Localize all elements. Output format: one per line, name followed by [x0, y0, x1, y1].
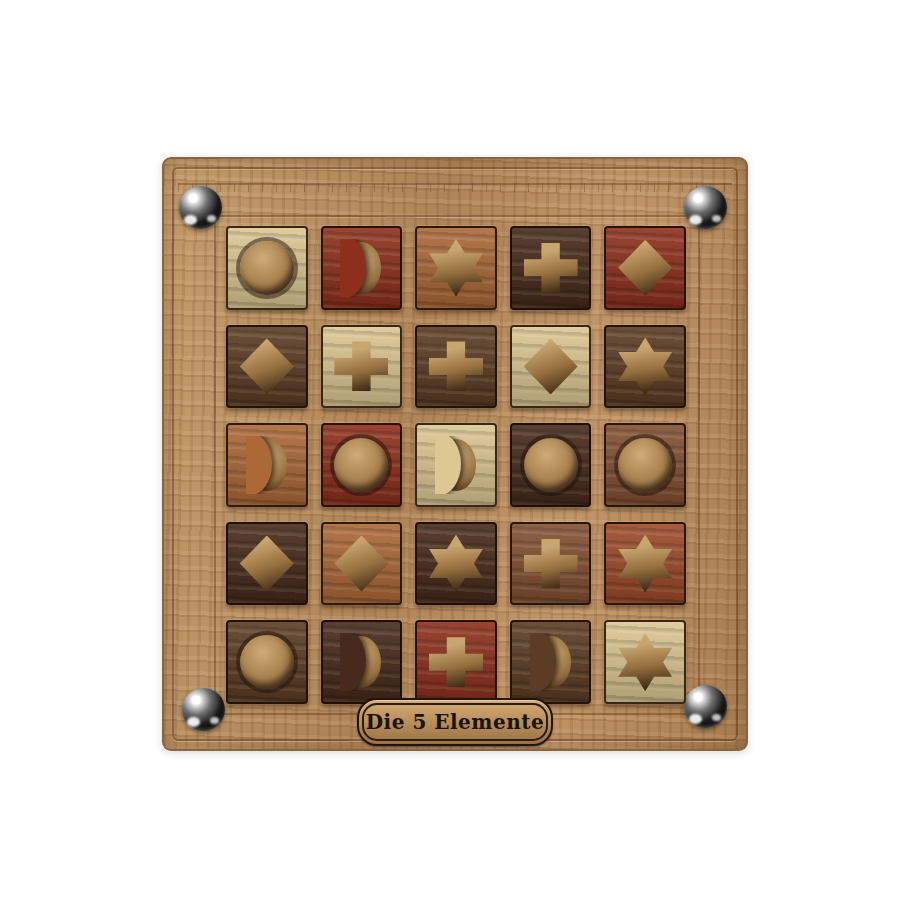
circle-icon [618, 438, 672, 492]
tile-r2c2-cross-maple[interactable] [321, 325, 403, 409]
tile-r3c4-circle-wenge[interactable] [510, 423, 592, 507]
star-icon [428, 239, 484, 297]
tile-r1c3-star-cherry[interactable] [415, 226, 497, 310]
moon-icon [340, 633, 382, 691]
tile-r4c2-diamond-cherry[interactable] [321, 522, 403, 606]
diamond-icon [334, 536, 388, 592]
corner-screw-icon [179, 186, 222, 229]
cross-icon [524, 243, 578, 293]
tile-r2c5-star-walnut[interactable] [604, 325, 686, 409]
star-icon [617, 337, 673, 395]
tile-r3c2-circle-padauk[interactable] [321, 423, 403, 507]
diamond-icon [618, 240, 672, 296]
corner-screw-icon [182, 688, 225, 731]
moon-icon [340, 239, 382, 297]
tile-r1c4-cross-wenge[interactable] [510, 226, 592, 310]
tile-r1c2-moon-padauk[interactable] [321, 226, 403, 310]
tile-grid [226, 226, 686, 704]
corner-screw-icon [684, 186, 727, 229]
circle-icon [240, 635, 294, 689]
moon-icon [530, 633, 572, 691]
tile-r3c3-moon-maple[interactable] [415, 423, 497, 507]
star-icon [617, 535, 673, 593]
frame-hinge-ticks [178, 183, 732, 192]
corner-screw-icon [684, 685, 727, 728]
nameplate-label: Die 5 Elemente [366, 710, 544, 734]
tile-r2c4-diamond-maple[interactable] [510, 325, 592, 409]
moon-icon [246, 436, 288, 494]
star-icon [617, 633, 673, 691]
moon-icon [435, 436, 477, 494]
tile-r2c3-cross-walnut[interactable] [415, 325, 497, 409]
cross-icon [334, 341, 388, 391]
tile-r3c1-moon-cherry[interactable] [226, 423, 308, 507]
tile-r1c5-diamond-padauk[interactable] [604, 226, 686, 310]
circle-icon [524, 438, 578, 492]
tile-r5c3-cross-padauk[interactable] [415, 620, 497, 704]
diamond-icon [524, 338, 578, 394]
tile-r5c1-circle-walnut[interactable] [226, 620, 308, 704]
cross-icon [524, 539, 578, 589]
diamond-icon [240, 338, 294, 394]
tile-r4c1-diamond-wenge[interactable] [226, 522, 308, 606]
star-icon [428, 535, 484, 593]
tile-r4c4-cross-mahogany[interactable] [510, 522, 592, 606]
nameplate: Die 5 Elemente [357, 698, 553, 746]
tile-r1c1-circle-maple[interactable] [226, 226, 308, 310]
tile-r5c4-moon-walnut[interactable] [510, 620, 592, 704]
photo-background: Die 5 Elemente [0, 0, 903, 903]
tile-r3c5-circle-mahogany[interactable] [604, 423, 686, 507]
tile-r2c1-diamond-walnut[interactable] [226, 325, 308, 409]
circle-icon [240, 241, 294, 295]
tile-r5c5-star-maple[interactable] [604, 620, 686, 704]
puzzle-board: Die 5 Elemente [162, 157, 748, 751]
tile-r4c5-star-padauk-light[interactable] [604, 522, 686, 606]
cross-icon [429, 341, 483, 391]
diamond-icon [240, 536, 294, 592]
tile-r5c2-moon-wenge[interactable] [321, 620, 403, 704]
circle-icon [334, 438, 388, 492]
cross-icon [429, 637, 483, 687]
tile-r4c3-star-wenge[interactable] [415, 522, 497, 606]
